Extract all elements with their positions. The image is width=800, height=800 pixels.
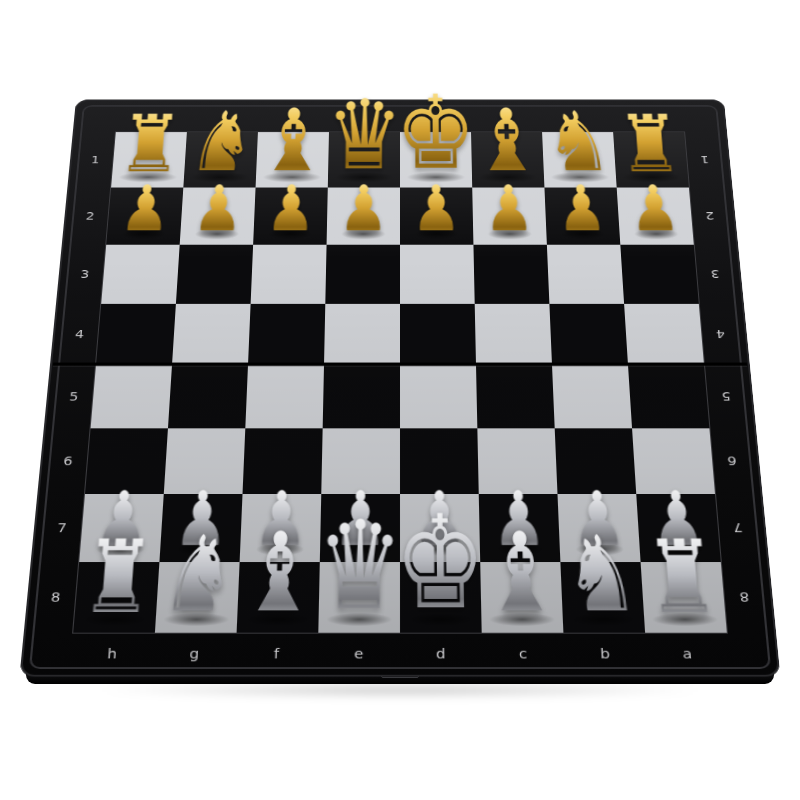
piece-shadow xyxy=(255,543,306,557)
square-c6[interactable] xyxy=(477,428,557,494)
square-d8[interactable] xyxy=(400,562,482,633)
square-g3[interactable] xyxy=(176,245,253,304)
square-b7[interactable] xyxy=(557,494,640,562)
square-e8[interactable] xyxy=(318,562,400,633)
square-f8[interactable] xyxy=(237,562,320,633)
square-b5[interactable] xyxy=(552,365,632,428)
piece-shadow xyxy=(325,612,394,626)
file-label-f: f xyxy=(274,647,280,660)
rank-label-right-4: 4 xyxy=(715,329,725,340)
square-b3[interactable] xyxy=(547,245,624,304)
piece-shadow xyxy=(175,543,226,557)
file-label-c: c xyxy=(519,647,528,660)
piece-shadow xyxy=(494,543,545,557)
piece-shadow xyxy=(654,543,705,557)
rank-label-right-8: 8 xyxy=(738,591,749,604)
square-h4[interactable] xyxy=(96,304,176,365)
fold-seam xyxy=(53,363,747,367)
piece-gold-pawn[interactable]: ♟ xyxy=(480,199,540,241)
rank-label-left-7: 7 xyxy=(57,521,68,534)
square-f6[interactable] xyxy=(243,428,323,494)
pawn-icon: ♟ xyxy=(338,178,388,241)
square-g6[interactable] xyxy=(164,428,246,494)
piece-gold-pawn[interactable]: ♟ xyxy=(261,199,321,241)
square-b4[interactable] xyxy=(549,304,628,365)
file-label-d: d xyxy=(436,647,446,660)
pawn-icon: ♟ xyxy=(265,178,317,241)
product-photo-chess-set: 1234567812345678hgfedcba ♜♞♝♛♚♝♞♜♟♟♟♟♟♟♟… xyxy=(0,0,800,800)
square-g5[interactable] xyxy=(168,365,248,428)
king-icon: ♚ xyxy=(395,82,477,184)
square-h3[interactable] xyxy=(101,245,179,304)
square-h8[interactable] xyxy=(73,562,159,633)
square-d6[interactable] xyxy=(400,428,479,494)
square-d4[interactable] xyxy=(400,304,476,365)
piece-gold-pawn[interactable]: ♟ xyxy=(552,199,613,241)
square-c8[interactable] xyxy=(480,562,563,633)
square-b8[interactable] xyxy=(560,562,645,633)
board-scene: 1234567812345678hgfedcba ♜♞♝♛♚♝♞♜♟♟♟♟♟♟♟… xyxy=(50,15,750,715)
piece-shadow xyxy=(80,612,150,626)
pawn-icon: ♟ xyxy=(555,178,608,241)
square-a7[interactable] xyxy=(636,494,721,562)
square-a6[interactable] xyxy=(632,428,715,494)
file-label-b: b xyxy=(600,647,611,660)
pawn-icon: ♟ xyxy=(483,178,535,241)
square-c5[interactable] xyxy=(476,365,555,428)
pawn-icon: ♟ xyxy=(118,178,172,241)
board-tilt: 1234567812345678hgfedcba ♜♞♝♛♚♝♞♜♟♟♟♟♟♟♟… xyxy=(19,100,780,677)
square-e6[interactable] xyxy=(321,428,400,494)
square-c7[interactable] xyxy=(479,494,561,562)
piece-gold-pawn[interactable]: ♟ xyxy=(334,199,393,241)
square-d5[interactable] xyxy=(400,365,477,428)
rank-label-left-2: 2 xyxy=(85,211,95,222)
square-h5[interactable] xyxy=(91,365,172,428)
piece-gold-pawn[interactable]: ♟ xyxy=(407,199,466,241)
rank-label-right-3: 3 xyxy=(710,269,720,280)
file-label-e: e xyxy=(354,647,364,660)
square-e4[interactable] xyxy=(324,304,400,365)
square-a5[interactable] xyxy=(628,365,709,428)
square-b6[interactable] xyxy=(555,428,637,494)
square-d3[interactable] xyxy=(400,245,475,304)
square-e7[interactable] xyxy=(320,494,400,562)
rank-label-right-2: 2 xyxy=(705,211,715,222)
square-h6[interactable] xyxy=(85,428,168,494)
piece-shadow xyxy=(488,612,557,626)
rank-label-right-6: 6 xyxy=(726,455,737,467)
bishop-icon: ♝ xyxy=(472,98,543,184)
rank-label-right-1: 1 xyxy=(700,155,710,165)
square-a8[interactable] xyxy=(641,562,727,633)
piece-shadow xyxy=(406,612,475,626)
rank-label-left-5: 5 xyxy=(69,391,80,403)
file-label-g: g xyxy=(189,647,200,660)
rank-label-left-4: 4 xyxy=(75,329,85,340)
piece-shadow xyxy=(574,543,625,557)
square-a4[interactable] xyxy=(624,304,704,365)
square-a3[interactable] xyxy=(620,245,698,304)
pawn-icon: ♟ xyxy=(192,178,245,241)
piece-gold-pawn[interactable]: ♟ xyxy=(114,199,176,241)
square-f7[interactable] xyxy=(240,494,322,562)
piece-gold-pawn[interactable]: ♟ xyxy=(625,199,687,241)
square-c4[interactable] xyxy=(475,304,552,365)
piece-shadow xyxy=(335,543,386,557)
square-e5[interactable] xyxy=(323,365,400,428)
rank-label-right-7: 7 xyxy=(732,521,743,534)
piece-shadow xyxy=(162,612,231,626)
square-g8[interactable] xyxy=(155,562,240,633)
pawn-icon: ♟ xyxy=(627,178,681,241)
square-f5[interactable] xyxy=(245,365,324,428)
pawn-icon: ♟ xyxy=(411,178,461,241)
file-label-h: h xyxy=(107,647,118,660)
square-c3[interactable] xyxy=(473,245,549,304)
square-g7[interactable] xyxy=(159,494,242,562)
square-e3[interactable] xyxy=(325,245,400,304)
square-h7[interactable] xyxy=(79,494,164,562)
rank-label-right-5: 5 xyxy=(721,391,732,403)
square-f4[interactable] xyxy=(248,304,325,365)
rank-label-left-6: 6 xyxy=(63,455,74,467)
square-d7[interactable] xyxy=(400,494,480,562)
rank-label-left-1: 1 xyxy=(91,155,101,165)
piece-gold-pawn[interactable]: ♟ xyxy=(187,199,248,241)
piece-shadow xyxy=(243,612,312,626)
rank-label-left-8: 8 xyxy=(50,591,61,604)
square-f3[interactable] xyxy=(251,245,327,304)
rank-label-left-3: 3 xyxy=(80,269,90,280)
piece-shadow xyxy=(94,543,145,557)
square-g4[interactable] xyxy=(172,304,251,365)
piece-shadow xyxy=(415,543,466,557)
piece-shadow xyxy=(650,612,720,626)
piece-shadow xyxy=(569,612,638,626)
file-label-a: a xyxy=(682,647,693,660)
